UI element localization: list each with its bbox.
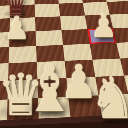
square-d5[interactable] [36,30,63,46]
piece-white-bishop-d1[interactable]: ♝ [24,56,76,122]
square-e7[interactable] [59,3,85,17]
square-e5[interactable] [61,29,89,45]
chess-app-screenshot: ♛♟♟♟♛♝♞ [0,0,128,128]
square-e6[interactable] [60,15,87,30]
piece-white-pawn-f5[interactable]: ♟ [91,9,117,42]
piece-white-pawn-c5[interactable]: ♟ [4,12,29,44]
square-d7[interactable] [35,4,60,18]
piece-white-knight-g1[interactable]: ♞ [90,69,128,127]
square-d6[interactable] [35,16,61,31]
